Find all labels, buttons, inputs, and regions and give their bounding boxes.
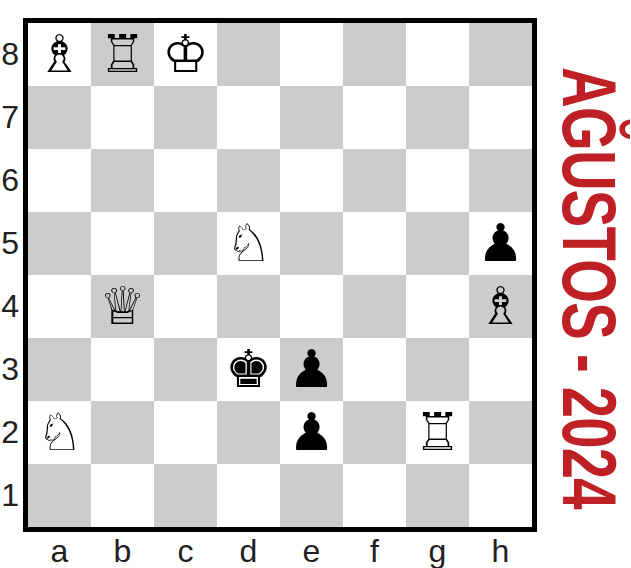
square-h1[interactable] — [469, 464, 532, 527]
square-c8[interactable]: ♔ — [154, 23, 217, 86]
file-labels: abcdefgh — [28, 533, 532, 568]
rank-label-4: 4 — [0, 275, 19, 338]
square-d1[interactable] — [217, 464, 280, 527]
black-pawn-e2[interactable]: ♟ — [288, 401, 335, 464]
square-h7[interactable] — [469, 86, 532, 149]
square-b6[interactable] — [91, 149, 154, 212]
square-h2[interactable] — [469, 401, 532, 464]
file-label-d: d — [217, 533, 280, 568]
square-c1[interactable] — [154, 464, 217, 527]
rank-label-2: 2 — [0, 401, 19, 464]
square-c7[interactable] — [154, 86, 217, 149]
square-d5[interactable]: ♘ — [217, 212, 280, 275]
square-h5[interactable]: ♟ — [469, 212, 532, 275]
square-d7[interactable] — [217, 86, 280, 149]
square-b1[interactable] — [91, 464, 154, 527]
square-h8[interactable] — [469, 23, 532, 86]
rank-label-5: 5 — [0, 212, 19, 275]
square-g8[interactable] — [406, 23, 469, 86]
square-a2[interactable]: ♘ — [28, 401, 91, 464]
square-f8[interactable] — [343, 23, 406, 86]
square-h6[interactable] — [469, 149, 532, 212]
square-g4[interactable] — [406, 275, 469, 338]
square-g2[interactable]: ♖ — [406, 401, 469, 464]
square-g7[interactable] — [406, 86, 469, 149]
square-f4[interactable] — [343, 275, 406, 338]
square-b5[interactable] — [91, 212, 154, 275]
white-rook-b8[interactable]: ♖ — [99, 23, 146, 86]
square-a5[interactable] — [28, 212, 91, 275]
month-label: AĞUSTOS - 2024 — [546, 67, 631, 509]
square-e7[interactable] — [280, 86, 343, 149]
white-knight-d5[interactable]: ♘ — [225, 212, 272, 275]
square-c6[interactable] — [154, 149, 217, 212]
file-label-h: h — [469, 533, 532, 568]
rank-label-3: 3 — [0, 338, 19, 401]
square-a1[interactable] — [28, 464, 91, 527]
square-c3[interactable] — [154, 338, 217, 401]
square-g5[interactable] — [406, 212, 469, 275]
file-label-a: a — [28, 533, 91, 568]
rank-labels: 87654321 — [0, 23, 19, 527]
chess-board: ♗♖♔♘♟♕♗♚♟♘♟♖ — [23, 18, 537, 532]
square-d3[interactable]: ♚ — [217, 338, 280, 401]
square-c4[interactable] — [154, 275, 217, 338]
square-e3[interactable]: ♟ — [280, 338, 343, 401]
square-e2[interactable]: ♟ — [280, 401, 343, 464]
square-e5[interactable] — [280, 212, 343, 275]
square-b2[interactable] — [91, 401, 154, 464]
square-d6[interactable] — [217, 149, 280, 212]
rank-label-6: 6 — [0, 149, 19, 212]
square-g6[interactable] — [406, 149, 469, 212]
square-f1[interactable] — [343, 464, 406, 527]
rank-label-1: 1 — [0, 464, 19, 527]
square-d2[interactable] — [217, 401, 280, 464]
square-f7[interactable] — [343, 86, 406, 149]
rank-label-8: 8 — [0, 23, 19, 86]
square-f5[interactable] — [343, 212, 406, 275]
white-knight-a2[interactable]: ♘ — [36, 401, 83, 464]
square-b8[interactable]: ♖ — [91, 23, 154, 86]
white-king-c8[interactable]: ♔ — [162, 23, 209, 86]
square-g1[interactable] — [406, 464, 469, 527]
file-label-g: g — [406, 533, 469, 568]
square-g3[interactable] — [406, 338, 469, 401]
file-label-c: c — [154, 533, 217, 568]
square-c2[interactable] — [154, 401, 217, 464]
file-label-e: e — [280, 533, 343, 568]
rank-label-7: 7 — [0, 86, 19, 149]
square-e4[interactable] — [280, 275, 343, 338]
square-f2[interactable] — [343, 401, 406, 464]
white-bishop-h4[interactable]: ♗ — [477, 275, 524, 338]
chess-diagram-page: 87654321 ♗♖♔♘♟♕♗♚♟♘♟♖ abcdefgh AĞUSTOS -… — [0, 0, 631, 568]
square-c5[interactable] — [154, 212, 217, 275]
black-king-d3[interactable]: ♚ — [225, 338, 272, 401]
square-d8[interactable] — [217, 23, 280, 86]
square-f6[interactable] — [343, 149, 406, 212]
file-label-f: f — [343, 533, 406, 568]
square-e1[interactable] — [280, 464, 343, 527]
square-b7[interactable] — [91, 86, 154, 149]
square-h3[interactable] — [469, 338, 532, 401]
square-h4[interactable]: ♗ — [469, 275, 532, 338]
file-label-b: b — [91, 533, 154, 568]
square-b4[interactable]: ♕ — [91, 275, 154, 338]
square-a6[interactable] — [28, 149, 91, 212]
square-b3[interactable] — [91, 338, 154, 401]
square-a3[interactable] — [28, 338, 91, 401]
black-pawn-e3[interactable]: ♟ — [288, 338, 335, 401]
square-f3[interactable] — [343, 338, 406, 401]
white-rook-g2[interactable]: ♖ — [414, 401, 461, 464]
white-bishop-a8[interactable]: ♗ — [36, 23, 83, 86]
square-a4[interactable] — [28, 275, 91, 338]
square-e6[interactable] — [280, 149, 343, 212]
square-e8[interactable] — [280, 23, 343, 86]
square-a8[interactable]: ♗ — [28, 23, 91, 86]
black-pawn-h5[interactable]: ♟ — [477, 212, 524, 275]
square-d4[interactable] — [217, 275, 280, 338]
square-a7[interactable] — [28, 86, 91, 149]
white-queen-b4[interactable]: ♕ — [99, 275, 146, 338]
